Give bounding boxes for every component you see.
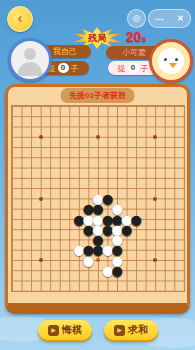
black-stone: ●	[111, 264, 124, 277]
undo-button-label: 悔棋	[62, 323, 82, 337]
star-point	[39, 197, 43, 201]
player-left-avatar[interactable]	[8, 38, 52, 82]
star-point	[96, 258, 100, 262]
white-stone: ●	[82, 213, 95, 226]
black-stone: ●	[92, 202, 105, 215]
black-stone: ●	[101, 192, 114, 205]
chick-beak	[169, 63, 177, 68]
undo-button-icon: ▶	[48, 325, 59, 336]
star-point	[39, 258, 43, 262]
goal-banner: 先提01子者获胜	[60, 88, 135, 103]
offer-draw-button[interactable]: ▶ 求和	[104, 320, 158, 340]
white-stone: ●	[92, 213, 105, 226]
capture-count: 0	[128, 63, 139, 73]
star-point	[153, 258, 157, 262]
black-stone: ●	[72, 213, 85, 226]
draw-button-label: 求和	[128, 323, 148, 337]
go-board: 先提01子者获胜 ●●●●●●●●●●●●●●●●●●●●●●●●●●●●	[5, 84, 190, 314]
record-icon: ◎	[133, 13, 141, 23]
black-stone: ●	[82, 202, 95, 215]
draw-button-icon: ▶	[114, 325, 125, 336]
white-stone: ●	[101, 243, 114, 256]
star-point	[39, 135, 43, 139]
chick-avatar-face	[158, 48, 184, 74]
app-screen: ‹ ◎ ⋯ ✕ 我自己 提 0 子 残局 20s 小可爱 提 0 子 先提01子…	[0, 0, 195, 350]
goban-grid[interactable]: ●●●●●●●●●●●●●●●●●●●●●●●●●●●●	[11, 105, 185, 292]
avatar-silhouette-body	[18, 62, 42, 76]
black-stone: ●	[130, 213, 143, 226]
avatar-silhouette-head	[24, 48, 36, 60]
star-point	[96, 135, 100, 139]
timer-value: 20	[126, 29, 142, 45]
back-button[interactable]: ‹	[7, 6, 33, 32]
star-point	[96, 197, 100, 201]
black-stone: ●	[120, 223, 133, 236]
white-stone: ●	[111, 254, 124, 267]
record-button[interactable]: ◎	[127, 9, 146, 28]
capture-prefix: 提	[118, 63, 126, 74]
capture-count: 0	[58, 63, 69, 73]
black-stone: ●	[101, 213, 114, 226]
timer-unit: s	[141, 34, 146, 44]
white-stone: ●	[111, 202, 124, 215]
chick-eye	[164, 58, 167, 61]
white-stone: ●	[72, 243, 85, 256]
black-stone: ●	[111, 213, 124, 226]
back-arrow-icon: ‹	[18, 9, 23, 26]
capture-suffix: 子	[141, 63, 149, 74]
mode-badge-text: 残局	[88, 32, 106, 45]
black-stone: ●	[82, 223, 95, 236]
black-stone: ●	[101, 223, 114, 236]
miniprogram-capsule: ⋯ ✕	[148, 9, 191, 28]
white-stone: ●	[111, 233, 124, 246]
white-stone: ●	[111, 223, 124, 236]
close-icon[interactable]: ✕	[177, 14, 184, 23]
star-point	[153, 197, 157, 201]
white-stone: ●	[82, 254, 95, 267]
star-point	[153, 135, 157, 139]
move-timer: 20s	[114, 28, 158, 46]
black-stone: ●	[92, 233, 105, 246]
white-stone: ●	[120, 213, 133, 226]
black-stone: ●	[111, 243, 124, 256]
chick-eye	[175, 58, 178, 61]
more-menu-icon[interactable]: ⋯	[155, 14, 164, 24]
black-stone: ●	[92, 243, 105, 256]
white-stone: ●	[101, 264, 114, 277]
undo-move-button[interactable]: ▶ 悔棋	[38, 320, 92, 340]
white-stone: ●	[92, 223, 105, 236]
player-right-avatar[interactable]	[149, 39, 193, 83]
capture-suffix: 子	[71, 63, 79, 74]
black-stone: ●	[82, 243, 95, 256]
